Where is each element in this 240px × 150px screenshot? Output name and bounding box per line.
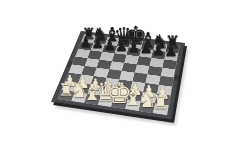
product-photo: ♜♞♝♛♚♝♞♜♟♟♟♟♟♟♟♟♟♟♟♟♟♟♟♟♜♞♝♛♚♝♞♜ (0, 0, 240, 150)
board-grid (58, 34, 180, 115)
hinge-right (174, 75, 180, 81)
square-h1 (153, 103, 169, 115)
